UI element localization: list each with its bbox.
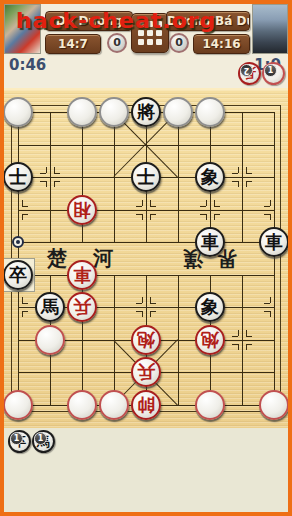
board-line <box>22 214 23 220</box>
river-label: 楚 <box>47 245 67 272</box>
board-line <box>150 297 151 303</box>
board-line <box>270 297 271 303</box>
captured-tray-top-right: 兵21 <box>238 62 286 85</box>
board-line <box>40 173 46 174</box>
board-line <box>242 275 243 405</box>
board-line <box>46 181 47 187</box>
right-player-time: 14:16 <box>193 34 250 54</box>
black-piece-象[interactable]: 象 <box>195 162 225 192</box>
board-line <box>54 167 55 173</box>
board-line <box>270 200 271 206</box>
hidden-black-piece[interactable] <box>99 97 129 127</box>
board-line <box>238 330 239 336</box>
board-line <box>246 181 247 187</box>
board-line <box>214 200 215 206</box>
board-line <box>54 173 60 174</box>
captured-count-badge: 1 <box>264 64 277 77</box>
hidden-red-piece[interactable] <box>67 390 97 420</box>
board-line <box>246 173 252 174</box>
hidden-red-piece[interactable] <box>35 325 65 355</box>
board-line <box>150 214 151 220</box>
board-line <box>246 167 247 173</box>
red-piece-車[interactable]: 車 <box>67 260 97 290</box>
board-line <box>18 242 274 243</box>
board-line <box>54 181 55 187</box>
hidden-red-piece[interactable] <box>4 390 33 420</box>
hidden-red-piece[interactable] <box>195 390 225 420</box>
board-line <box>270 214 271 220</box>
board-line <box>242 112 243 242</box>
captured-tray-bottom-left: 卒1馬1 <box>8 430 56 453</box>
board-line <box>142 200 143 206</box>
board-line <box>214 206 220 207</box>
hidden-black-piece[interactable] <box>67 97 97 127</box>
board-line <box>22 206 28 207</box>
black-piece-車[interactable]: 車 <box>195 227 225 257</box>
red-piece-相[interactable]: 相 <box>67 195 97 225</box>
captured-piece-hidden: 1 <box>262 62 285 85</box>
board-line <box>214 214 215 220</box>
board-line <box>150 206 156 207</box>
board-line <box>274 112 275 405</box>
captured-piece-卒: 卒1 <box>8 430 31 453</box>
xiangqi-board[interactable]: 楚河漢界將士士象相車車卒車馬兵象炮炮兵帥 <box>4 88 288 428</box>
board-line <box>238 167 239 173</box>
board-line <box>246 344 247 350</box>
board-line <box>22 311 23 317</box>
black-piece-卒[interactable]: 卒 <box>4 260 33 290</box>
board-line <box>246 330 247 336</box>
hidden-red-piece[interactable] <box>259 390 288 420</box>
board-line <box>246 336 252 337</box>
board-line <box>238 344 239 350</box>
watermark-text: hack-cheat.org <box>16 8 216 33</box>
board-line <box>22 200 23 206</box>
board-line <box>150 200 151 206</box>
hidden-red-piece[interactable] <box>99 390 129 420</box>
right-player-avatar[interactable] <box>252 4 288 54</box>
hidden-black-piece[interactable] <box>195 97 225 127</box>
board-line <box>46 167 47 173</box>
right-player-badge: 0 <box>169 33 189 53</box>
red-piece-兵[interactable]: 兵 <box>131 357 161 387</box>
board-line <box>142 297 143 303</box>
board-line <box>178 112 179 242</box>
board-line <box>200 206 206 207</box>
board-line <box>238 181 239 187</box>
left-player-time: 14:7 <box>45 34 101 54</box>
board-line <box>22 297 23 303</box>
board-line <box>264 206 270 207</box>
captured-count-badge: 1 <box>34 432 47 445</box>
black-piece-士[interactable]: 士 <box>4 162 33 192</box>
app-background: Du Dương 14:7 0 Dương Bá Dự 0 14:16 0:46… <box>4 4 288 512</box>
red-piece-炮[interactable]: 炮 <box>131 325 161 355</box>
board-line <box>114 112 115 242</box>
black-piece-車[interactable]: 車 <box>259 227 288 257</box>
board-line <box>232 336 238 337</box>
xiangqi-app: Du Dương 14:7 0 Dương Bá Dự 0 14:16 0:46… <box>0 0 292 516</box>
board-line <box>206 200 207 206</box>
board-line <box>264 303 270 304</box>
board-line <box>150 303 156 304</box>
board-line <box>142 311 143 317</box>
move-clock: 0:46 <box>9 56 46 74</box>
board-line <box>150 311 151 317</box>
captured-count-badge: 1 <box>10 432 23 445</box>
left-player-badge: 0 <box>107 33 127 53</box>
black-piece-象[interactable]: 象 <box>195 292 225 322</box>
captured-piece-馬: 馬1 <box>32 430 55 453</box>
river-label: 河 <box>93 245 113 272</box>
board-line <box>142 214 143 220</box>
black-piece-士[interactable]: 士 <box>131 162 161 192</box>
board-line <box>136 206 142 207</box>
red-piece-帥[interactable]: 帥 <box>131 390 161 420</box>
hidden-black-piece[interactable] <box>4 97 33 127</box>
black-piece-馬[interactable]: 馬 <box>35 292 65 322</box>
last-move-marker <box>12 236 24 248</box>
captured-piece-兵: 兵2 <box>238 62 261 85</box>
board-line <box>22 303 28 304</box>
hidden-black-piece[interactable] <box>163 97 193 127</box>
board-line <box>50 112 51 242</box>
board-line <box>232 173 238 174</box>
board-line <box>270 311 271 317</box>
red-piece-炮[interactable]: 炮 <box>195 325 225 355</box>
captured-count-badge: 2 <box>240 64 253 77</box>
board-line <box>206 214 207 220</box>
black-piece-將[interactable]: 將 <box>131 97 161 127</box>
board-line <box>136 303 142 304</box>
red-piece-兵[interactable]: 兵 <box>67 292 97 322</box>
